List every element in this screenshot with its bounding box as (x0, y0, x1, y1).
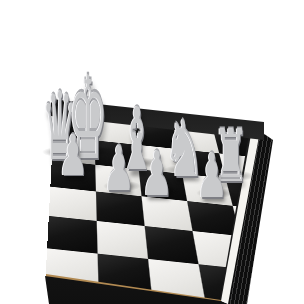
chess-set-photo: ♛♚♝♞♜♟♟♟♟ (0, 0, 304, 304)
piece-white-pawn[interactable]: ♟ (58, 127, 88, 183)
piece-white-pawn[interactable]: ♟ (196, 146, 228, 207)
pieces-layer: ♛♚♝♞♜♟♟♟♟ (0, 0, 304, 304)
piece-white-pawn[interactable]: ♟ (141, 144, 173, 205)
piece-white-pawn[interactable]: ♟ (103, 139, 135, 200)
